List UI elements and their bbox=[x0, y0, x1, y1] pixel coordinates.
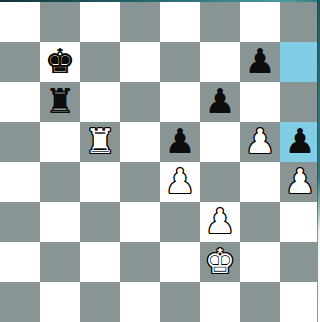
square-a2[interactable] bbox=[0, 242, 40, 282]
square-d1[interactable] bbox=[120, 282, 160, 322]
square-b2[interactable] bbox=[40, 242, 80, 282]
square-e1[interactable] bbox=[160, 282, 200, 322]
piece-white-pawn[interactable]: ♟ bbox=[165, 164, 195, 198]
square-e7[interactable] bbox=[160, 42, 200, 82]
square-a4[interactable] bbox=[0, 162, 40, 202]
square-c3[interactable] bbox=[80, 202, 120, 242]
square-c8[interactable] bbox=[80, 2, 120, 42]
square-d4[interactable] bbox=[120, 162, 160, 202]
square-h5[interactable]: ♟ bbox=[280, 122, 320, 162]
square-g4[interactable] bbox=[240, 162, 280, 202]
square-c4[interactable] bbox=[80, 162, 120, 202]
square-f4[interactable] bbox=[200, 162, 240, 202]
square-d3[interactable] bbox=[120, 202, 160, 242]
square-f6[interactable]: ♟ bbox=[200, 82, 240, 122]
square-d7[interactable] bbox=[120, 42, 160, 82]
square-c6[interactable] bbox=[80, 82, 120, 122]
square-b3[interactable] bbox=[40, 202, 80, 242]
square-d6[interactable] bbox=[120, 82, 160, 122]
piece-white-rook[interactable]: ♜ bbox=[85, 124, 115, 158]
square-g7[interactable]: ♟ bbox=[240, 42, 280, 82]
piece-black-king[interactable]: ♚ bbox=[45, 44, 75, 78]
square-b7[interactable]: ♚ bbox=[40, 42, 80, 82]
square-b6[interactable]: ♜ bbox=[40, 82, 80, 122]
piece-white-pawn[interactable]: ♟ bbox=[245, 124, 275, 158]
square-g5[interactable]: ♟ bbox=[240, 122, 280, 162]
square-b4[interactable] bbox=[40, 162, 80, 202]
square-h3[interactable] bbox=[280, 202, 320, 242]
square-h8[interactable] bbox=[280, 2, 320, 42]
square-e3[interactable] bbox=[160, 202, 200, 242]
square-e6[interactable] bbox=[160, 82, 200, 122]
square-c5[interactable]: ♜ bbox=[80, 122, 120, 162]
square-b8[interactable] bbox=[40, 2, 80, 42]
square-h6[interactable] bbox=[280, 82, 320, 122]
square-e5[interactable]: ♟ bbox=[160, 122, 200, 162]
square-d2[interactable] bbox=[120, 242, 160, 282]
square-f5[interactable] bbox=[200, 122, 240, 162]
square-g2[interactable] bbox=[240, 242, 280, 282]
square-f8[interactable] bbox=[200, 2, 240, 42]
square-g1[interactable] bbox=[240, 282, 280, 322]
square-f2[interactable]: ♚ bbox=[200, 242, 240, 282]
square-f7[interactable] bbox=[200, 42, 240, 82]
square-h2[interactable] bbox=[280, 242, 320, 282]
square-g8[interactable] bbox=[240, 2, 280, 42]
square-e2[interactable] bbox=[160, 242, 200, 282]
square-a7[interactable] bbox=[0, 42, 40, 82]
app-window: ♚♟♜♟♜♟♟♟♟♟♟♚ bbox=[0, 0, 320, 322]
piece-white-pawn[interactable]: ♟ bbox=[205, 204, 235, 238]
piece-black-pawn[interactable]: ♟ bbox=[205, 84, 235, 118]
chess-board[interactable]: ♚♟♜♟♜♟♟♟♟♟♟♚ bbox=[0, 2, 320, 322]
piece-black-pawn[interactable]: ♟ bbox=[165, 124, 195, 158]
square-f3[interactable]: ♟ bbox=[200, 202, 240, 242]
square-b1[interactable] bbox=[40, 282, 80, 322]
square-d5[interactable] bbox=[120, 122, 160, 162]
piece-white-king[interactable]: ♚ bbox=[205, 244, 235, 278]
square-a3[interactable] bbox=[0, 202, 40, 242]
square-c7[interactable] bbox=[80, 42, 120, 82]
piece-white-pawn[interactable]: ♟ bbox=[285, 164, 315, 198]
square-f1[interactable] bbox=[200, 282, 240, 322]
square-d8[interactable] bbox=[120, 2, 160, 42]
square-e8[interactable] bbox=[160, 2, 200, 42]
square-c2[interactable] bbox=[80, 242, 120, 282]
square-c1[interactable] bbox=[80, 282, 120, 322]
square-a1[interactable] bbox=[0, 282, 40, 322]
square-b5[interactable] bbox=[40, 122, 80, 162]
piece-black-rook[interactable]: ♜ bbox=[45, 84, 75, 118]
square-h4[interactable]: ♟ bbox=[280, 162, 320, 202]
square-a5[interactable] bbox=[0, 122, 40, 162]
square-a6[interactable] bbox=[0, 82, 40, 122]
square-g3[interactable] bbox=[240, 202, 280, 242]
piece-black-pawn[interactable]: ♟ bbox=[285, 124, 315, 158]
square-e4[interactable]: ♟ bbox=[160, 162, 200, 202]
piece-black-pawn[interactable]: ♟ bbox=[245, 44, 275, 78]
square-h7[interactable] bbox=[280, 42, 320, 82]
square-a8[interactable] bbox=[0, 2, 40, 42]
square-g6[interactable] bbox=[240, 82, 280, 122]
square-h1[interactable] bbox=[280, 282, 320, 322]
